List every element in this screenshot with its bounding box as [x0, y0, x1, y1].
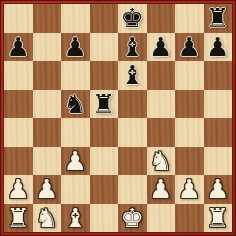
white-king[interactable]: ♚: [121, 205, 144, 231]
square-d3[interactable]: [90, 147, 119, 176]
white-knight[interactable]: ♞: [35, 205, 58, 231]
square-g7[interactable]: ♟: [175, 33, 204, 62]
square-b3[interactable]: [33, 147, 62, 176]
square-e8[interactable]: ♚: [118, 4, 147, 33]
square-g4[interactable]: [175, 118, 204, 147]
square-b8[interactable]: [33, 4, 62, 33]
square-c2[interactable]: [61, 175, 90, 204]
square-h2[interactable]: ♟: [204, 175, 233, 204]
white-pawn[interactable]: ♟: [7, 176, 30, 202]
white-pawn[interactable]: ♟: [149, 176, 172, 202]
square-c5[interactable]: ♞: [61, 90, 90, 119]
square-c3[interactable]: ♟: [61, 147, 90, 176]
square-h1[interactable]: ♜: [204, 204, 233, 233]
square-c6[interactable]: [61, 61, 90, 90]
white-rook[interactable]: ♜: [206, 205, 229, 231]
black-pawn[interactable]: ♟: [7, 34, 30, 60]
square-f5[interactable]: [147, 90, 176, 119]
square-d8[interactable]: [90, 4, 119, 33]
square-h8[interactable]: ♜: [204, 4, 233, 33]
square-e5[interactable]: [118, 90, 147, 119]
board-frame: ♚♜♟♟♝♟♟♟♝♞♜♟♞♟♟♟♟♟♜♞♝♚♜: [0, 0, 236, 236]
square-e2[interactable]: [118, 175, 147, 204]
white-rook[interactable]: ♜: [7, 205, 30, 231]
black-knight[interactable]: ♞: [64, 91, 87, 117]
square-c1[interactable]: ♝: [61, 204, 90, 233]
square-d2[interactable]: [90, 175, 119, 204]
square-f4[interactable]: [147, 118, 176, 147]
square-d7[interactable]: [90, 33, 119, 62]
square-f1[interactable]: [147, 204, 176, 233]
white-pawn[interactable]: ♟: [64, 148, 87, 174]
square-h5[interactable]: [204, 90, 233, 119]
black-pawn[interactable]: ♟: [178, 34, 201, 60]
square-b5[interactable]: [33, 90, 62, 119]
square-a7[interactable]: ♟: [4, 33, 33, 62]
square-d1[interactable]: [90, 204, 119, 233]
white-bishop[interactable]: ♝: [64, 205, 87, 231]
square-h4[interactable]: [204, 118, 233, 147]
square-e6[interactable]: ♝: [118, 61, 147, 90]
square-c4[interactable]: [61, 118, 90, 147]
square-e3[interactable]: [118, 147, 147, 176]
square-f6[interactable]: [147, 61, 176, 90]
square-h7[interactable]: ♟: [204, 33, 233, 62]
white-knight[interactable]: ♞: [149, 148, 172, 174]
black-pawn[interactable]: ♟: [64, 34, 87, 60]
square-a3[interactable]: [4, 147, 33, 176]
square-h6[interactable]: [204, 61, 233, 90]
square-e4[interactable]: [118, 118, 147, 147]
square-f7[interactable]: ♟: [147, 33, 176, 62]
square-a5[interactable]: [4, 90, 33, 119]
square-b7[interactable]: [33, 33, 62, 62]
square-g3[interactable]: [175, 147, 204, 176]
white-pawn[interactable]: ♟: [35, 176, 58, 202]
black-bishop[interactable]: ♝: [121, 34, 144, 60]
black-pawn[interactable]: ♟: [206, 34, 229, 60]
chess-board: ♚♜♟♟♝♟♟♟♝♞♜♟♞♟♟♟♟♟♜♞♝♚♜: [4, 4, 232, 232]
square-b1[interactable]: ♞: [33, 204, 62, 233]
square-d5[interactable]: ♜: [90, 90, 119, 119]
square-a4[interactable]: [4, 118, 33, 147]
white-pawn[interactable]: ♟: [206, 176, 229, 202]
black-pawn[interactable]: ♟: [149, 34, 172, 60]
square-a8[interactable]: [4, 4, 33, 33]
square-g5[interactable]: [175, 90, 204, 119]
square-d4[interactable]: [90, 118, 119, 147]
square-b6[interactable]: [33, 61, 62, 90]
square-d6[interactable]: [90, 61, 119, 90]
square-e7[interactable]: ♝: [118, 33, 147, 62]
black-rook[interactable]: ♜: [206, 5, 229, 31]
square-b2[interactable]: ♟: [33, 175, 62, 204]
square-g2[interactable]: ♟: [175, 175, 204, 204]
black-bishop[interactable]: ♝: [121, 62, 144, 88]
square-a2[interactable]: ♟: [4, 175, 33, 204]
square-a6[interactable]: [4, 61, 33, 90]
square-f8[interactable]: [147, 4, 176, 33]
square-g8[interactable]: [175, 4, 204, 33]
white-pawn[interactable]: ♟: [178, 176, 201, 202]
black-rook[interactable]: ♜: [92, 91, 115, 117]
square-g1[interactable]: [175, 204, 204, 233]
black-king[interactable]: ♚: [121, 5, 144, 31]
square-b4[interactable]: [33, 118, 62, 147]
square-g6[interactable]: [175, 61, 204, 90]
square-h3[interactable]: [204, 147, 233, 176]
square-e1[interactable]: ♚: [118, 204, 147, 233]
square-a1[interactable]: ♜: [4, 204, 33, 233]
square-f3[interactable]: ♞: [147, 147, 176, 176]
square-f2[interactable]: ♟: [147, 175, 176, 204]
square-c8[interactable]: [61, 4, 90, 33]
square-c7[interactable]: ♟: [61, 33, 90, 62]
